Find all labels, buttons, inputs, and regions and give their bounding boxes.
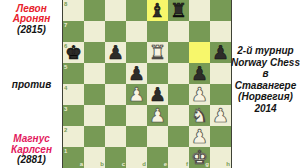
piece-black-rook: ♜ [168,0,189,21]
rank-label-1: 1 [64,148,67,154]
tournament-line-3: в [231,68,300,80]
square-h7[interactable] [210,21,231,42]
tournament-line-4: Ставангере [231,80,300,92]
piece-black-pawn: ♟ [189,63,210,84]
file-label-f: f [186,161,188,167]
square-f6[interactable] [168,42,189,63]
square-a1[interactable]: 1a [63,147,84,168]
square-c6[interactable]: ♟ [105,42,126,63]
piece-white-knight: ♞ [189,105,210,126]
rank-label-3: 3 [64,106,67,112]
bottom-player-rating: (2881) [0,155,63,166]
square-e6[interactable]: ♜ [147,42,168,63]
square-f1[interactable]: f [168,147,189,168]
square-b1[interactable]: b [84,147,105,168]
chess-board: 8♝♜76♚♟♜♟5♟♟4♟♟♟3♟♞♟2♟1abcdefg♚h [63,0,231,168]
piece-white-pawn: ♟ [189,84,210,105]
square-g4[interactable]: ♟ [189,84,210,105]
file-label-e: e [164,161,167,167]
square-g3[interactable]: ♞ [189,105,210,126]
square-c3[interactable] [105,105,126,126]
piece-white-king: ♚ [189,147,210,168]
piece-black-pawn: ♟ [210,42,231,63]
rank-label-2: 2 [64,127,67,133]
right-info-panel: 2-й турнир Norway Chess в Ставангере (Но… [231,0,300,168]
tournament-line-2: Norway Chess [231,57,300,69]
square-a8[interactable]: 8 [63,0,84,21]
file-label-a: a [80,161,83,167]
file-label-d: d [142,161,146,167]
square-c2[interactable] [105,126,126,147]
square-h2[interactable] [210,126,231,147]
square-h3[interactable]: ♟ [210,105,231,126]
square-c1[interactable]: c [105,147,126,168]
square-c8[interactable] [105,0,126,21]
piece-black-pawn: ♟ [147,84,168,105]
square-f5[interactable] [168,63,189,84]
square-f7[interactable] [168,21,189,42]
square-g5[interactable]: ♟ [189,63,210,84]
square-e2[interactable] [147,126,168,147]
piece-black-king: ♚ [63,42,84,63]
square-a7[interactable]: 7 [63,21,84,42]
square-a3[interactable]: 3 [63,105,84,126]
square-b5[interactable] [84,63,105,84]
piece-white-pawn: ♟ [126,84,147,105]
square-g7[interactable] [189,21,210,42]
square-b3[interactable] [84,105,105,126]
square-a6[interactable]: 6♚ [63,42,84,63]
square-c5[interactable] [105,63,126,84]
piece-black-pawn: ♟ [126,63,147,84]
square-h8[interactable] [210,0,231,21]
square-a4[interactable]: 4 [63,84,84,105]
piece-white-pawn: ♟ [189,126,210,147]
tournament-line-5: (Норвегия) [231,91,300,103]
piece-white-pawn: ♟ [210,105,231,126]
square-g6[interactable] [189,42,210,63]
rank-label-4: 4 [64,85,67,91]
piece-black-pawn: ♟ [105,42,126,63]
square-h6[interactable]: ♟ [210,42,231,63]
rank-label-5: 5 [64,64,67,70]
bottom-player-block: Магнус Карлсен (2881) [0,134,63,166]
tournament-line-1: 2-й турнир [231,45,300,57]
top-player-name-line2: Аронян [0,14,63,24]
square-e8[interactable]: ♝ [147,0,168,21]
rank-label-7: 7 [64,22,67,28]
file-label-b: b [100,161,104,167]
square-d8[interactable] [126,0,147,21]
square-b4[interactable] [84,84,105,105]
square-e4[interactable]: ♟ [147,84,168,105]
square-b2[interactable] [84,126,105,147]
square-d3[interactable] [126,105,147,126]
bottom-player-name-line1: Магнус [0,134,63,145]
square-b6[interactable] [84,42,105,63]
piece-white-pawn: ♟ [147,105,168,126]
top-player-rating: (2815) [0,25,63,35]
square-d6[interactable] [126,42,147,63]
square-a2[interactable]: 2 [63,126,84,147]
file-label-c: c [122,161,125,167]
square-d7[interactable] [126,21,147,42]
square-c4[interactable] [105,84,126,105]
piece-white-rook: ♜ [147,42,168,63]
square-f4[interactable] [168,84,189,105]
versus-label: против [0,80,63,90]
square-e5[interactable] [147,63,168,84]
square-e3[interactable]: ♟ [147,105,168,126]
square-f3[interactable] [168,105,189,126]
square-c7[interactable] [105,21,126,42]
square-f8[interactable]: ♜ [168,0,189,21]
square-d1[interactable]: d [126,147,147,168]
square-f2[interactable] [168,126,189,147]
square-d2[interactable] [126,126,147,147]
file-label-h: h [226,161,230,167]
square-e7[interactable] [147,21,168,42]
square-g8[interactable] [189,0,210,21]
square-h1[interactable]: h [210,147,231,168]
square-a5[interactable]: 5 [63,63,84,84]
square-d4[interactable]: ♟ [126,84,147,105]
square-e1[interactable]: e [147,147,168,168]
tournament-line-6: 2014 [231,103,300,115]
piece-black-bishop: ♝ [147,0,168,21]
square-g1[interactable]: g♚ [189,147,210,168]
tournament-block: 2-й турнир Norway Chess в Ставангере (Но… [231,45,300,114]
square-b8[interactable] [84,0,105,21]
square-h4[interactable] [210,84,231,105]
square-b7[interactable] [84,21,105,42]
rank-label-8: 8 [64,1,67,7]
left-info-panel: Левон Аронян (2815) против Магнус Карлсе… [0,0,63,168]
square-h5[interactable] [210,63,231,84]
square-g2[interactable]: ♟ [189,126,210,147]
top-player-block: Левон Аронян (2815) [0,4,63,35]
square-d5[interactable]: ♟ [126,63,147,84]
